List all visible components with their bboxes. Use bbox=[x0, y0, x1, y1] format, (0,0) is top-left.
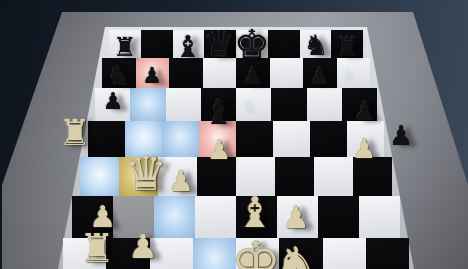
piece-white-pawn-f3[interactable]: ♟ bbox=[282, 202, 310, 233]
square-f7[interactable] bbox=[270, 58, 304, 88]
piece-white-knight-f2[interactable]: ♞ bbox=[274, 240, 321, 269]
square-c6[interactable] bbox=[166, 88, 201, 121]
piece-black-pawn-b7[interactable]: ♟ bbox=[142, 65, 162, 87]
square-d2[interactable] bbox=[193, 238, 236, 269]
square-b8[interactable] bbox=[141, 30, 173, 58]
square-f8[interactable] bbox=[268, 30, 300, 58]
square-g6[interactable] bbox=[307, 88, 342, 121]
reflection-h7: ♞ bbox=[341, 66, 357, 84]
reflection-e6: ♞ bbox=[241, 96, 259, 116]
square-f5[interactable] bbox=[273, 121, 310, 157]
piece-black-rook-h8[interactable]: ♜ bbox=[336, 34, 359, 60]
piece-black-bishop-c8[interactable]: ♝ bbox=[175, 32, 202, 62]
square-d3[interactable] bbox=[195, 196, 236, 238]
piece-black-rook-a8[interactable]: ♜ bbox=[113, 34, 136, 60]
chess-3d-scene: ♜♝♛♚♞♜♞♟♟♟♟♝♟♟♟♛♟♟♝♟♜♟♚♞♜♟♞♞ bbox=[0, 0, 468, 269]
piece-black-pawn-g7[interactable]: ♟ bbox=[310, 65, 331, 88]
square-h2[interactable] bbox=[366, 238, 409, 269]
square-b6[interactable] bbox=[130, 88, 165, 121]
piece-black-king-e8[interactable]: ♚ bbox=[234, 24, 270, 64]
piece-white-pawn-d5[interactable]: ♟ bbox=[207, 136, 231, 163]
square-f4[interactable] bbox=[275, 157, 314, 196]
piece-black-knight-a7[interactable]: ♞ bbox=[107, 62, 131, 89]
piece-black-bishop-d6[interactable]: ♝ bbox=[204, 95, 234, 129]
rank-6 bbox=[95, 88, 377, 121]
piece-black-pawn-a6[interactable]: ♟ bbox=[103, 90, 124, 113]
piece-black-knight-g8[interactable]: ♞ bbox=[303, 32, 328, 60]
piece-white-rook-captured-left-rail[interactable]: ♜ bbox=[59, 115, 91, 151]
piece-white-pawn-c4[interactable]: ♟ bbox=[168, 167, 194, 196]
piece-black-queen-d8[interactable]: ♛ bbox=[204, 27, 236, 63]
square-c3[interactable] bbox=[154, 196, 195, 238]
square-g3[interactable] bbox=[318, 196, 359, 238]
piece-white-bishop-e3[interactable]: ♝ bbox=[236, 192, 274, 234]
square-c5[interactable] bbox=[162, 121, 199, 157]
piece-white-rook-a2[interactable]: ♜ bbox=[79, 228, 115, 268]
square-g5[interactable] bbox=[310, 121, 347, 157]
square-g4[interactable] bbox=[314, 157, 353, 196]
piece-black-pawn-e7[interactable]: ♟ bbox=[243, 65, 264, 88]
square-g2[interactable] bbox=[323, 238, 366, 269]
square-e5[interactable] bbox=[236, 121, 273, 157]
square-h3[interactable] bbox=[359, 196, 400, 238]
square-a4[interactable] bbox=[80, 157, 119, 196]
square-f6[interactable] bbox=[271, 88, 306, 121]
piece-white-pawn-h5[interactable]: ♟ bbox=[352, 135, 376, 162]
piece-black-pawn-captured-right-rail[interactable]: ♟ bbox=[389, 122, 413, 149]
piece-white-pawn-b2[interactable]: ♟ bbox=[128, 230, 158, 263]
piece-white-queen-b4[interactable]: ♛ bbox=[124, 149, 167, 197]
piece-black-pawn-h6[interactable]: ♟ bbox=[354, 99, 376, 124]
square-a5[interactable] bbox=[88, 121, 125, 157]
